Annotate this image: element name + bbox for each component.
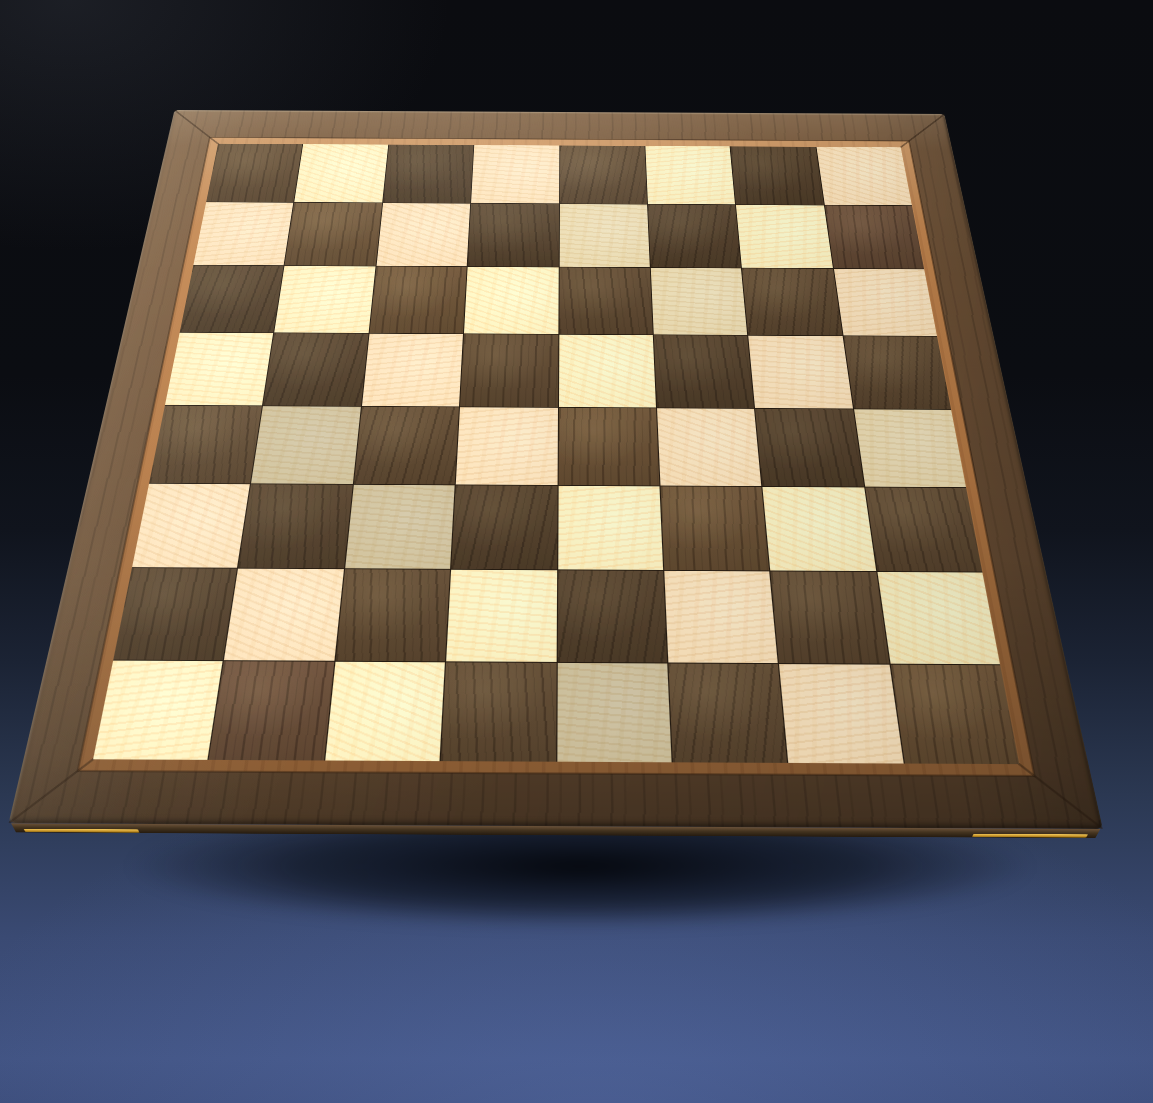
- square[interactable]: [325, 661, 445, 761]
- square[interactable]: [816, 147, 912, 206]
- square[interactable]: [460, 334, 558, 406]
- square[interactable]: [763, 487, 876, 571]
- square[interactable]: [557, 571, 667, 663]
- square[interactable]: [779, 664, 903, 764]
- square[interactable]: [362, 334, 463, 406]
- square[interactable]: [559, 335, 656, 407]
- square[interactable]: [748, 336, 852, 408]
- square[interactable]: [657, 408, 762, 486]
- square[interactable]: [825, 206, 924, 269]
- square[interactable]: [93, 660, 223, 760]
- square[interactable]: [238, 484, 352, 568]
- playing-field: [93, 144, 1019, 764]
- square[interactable]: [451, 485, 557, 569]
- square[interactable]: [731, 146, 824, 205]
- square[interactable]: [285, 203, 382, 266]
- square[interactable]: [251, 406, 360, 484]
- square[interactable]: [834, 269, 937, 336]
- square[interactable]: [660, 486, 769, 570]
- square[interactable]: [275, 266, 376, 333]
- square[interactable]: [456, 407, 558, 485]
- square[interactable]: [180, 265, 284, 332]
- square[interactable]: [345, 485, 455, 569]
- square[interactable]: [383, 145, 474, 204]
- square[interactable]: [295, 144, 388, 203]
- square[interactable]: [132, 484, 250, 568]
- square[interactable]: [560, 146, 647, 205]
- chess-board: [9, 110, 1103, 829]
- square[interactable]: [755, 408, 863, 486]
- square[interactable]: [559, 267, 653, 334]
- square[interactable]: [736, 205, 832, 268]
- square[interactable]: [376, 203, 470, 266]
- square[interactable]: [890, 664, 1019, 764]
- square[interactable]: [865, 487, 982, 571]
- square[interactable]: [149, 405, 262, 483]
- square[interactable]: [651, 268, 748, 335]
- square[interactable]: [559, 204, 650, 267]
- square[interactable]: [557, 663, 672, 763]
- square[interactable]: [468, 204, 559, 267]
- square[interactable]: [206, 144, 302, 203]
- square[interactable]: [369, 266, 466, 333]
- square[interactable]: [668, 663, 787, 763]
- square[interactable]: [664, 571, 778, 663]
- square[interactable]: [354, 406, 459, 484]
- square[interactable]: [263, 333, 368, 405]
- square[interactable]: [224, 569, 343, 661]
- square[interactable]: [877, 572, 1000, 664]
- square[interactable]: [464, 267, 558, 334]
- square[interactable]: [654, 335, 755, 407]
- square[interactable]: [771, 572, 889, 664]
- cherry-border: [78, 137, 1035, 776]
- square[interactable]: [209, 661, 334, 761]
- square[interactable]: [441, 662, 556, 762]
- square[interactable]: [854, 409, 966, 487]
- square[interactable]: [113, 568, 237, 660]
- square[interactable]: [193, 202, 293, 265]
- board-frame: [9, 110, 1103, 829]
- square[interactable]: [165, 333, 273, 405]
- square[interactable]: [742, 268, 842, 335]
- square[interactable]: [648, 205, 741, 268]
- scene: [0, 0, 1153, 1103]
- square[interactable]: [843, 336, 951, 408]
- brass-inlay-left: [24, 829, 140, 833]
- square[interactable]: [471, 145, 559, 204]
- square[interactable]: [558, 407, 659, 485]
- square[interactable]: [446, 570, 556, 662]
- square[interactable]: [558, 486, 663, 570]
- brass-inlay-right: [972, 834, 1088, 838]
- square[interactable]: [645, 146, 735, 205]
- square[interactable]: [335, 569, 450, 661]
